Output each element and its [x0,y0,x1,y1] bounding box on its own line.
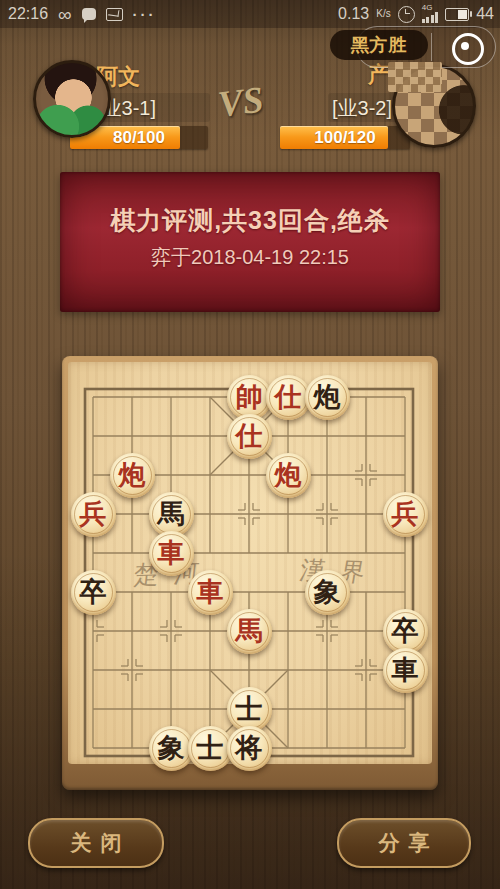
piece-black-cannon: 炮 [305,375,350,420]
record-dot-icon[interactable] [452,33,484,65]
piece-red-advisor: 仕 [227,414,272,459]
capsule-divider [431,33,432,61]
close-button[interactable]: 关闭 [28,818,164,868]
piece-red-general: 帥 [227,375,272,420]
piece-red-chariot: 車 [188,570,233,615]
piece-black-horse: 馬 [149,492,194,537]
message-icon [106,8,123,21]
right-player-progress: 100/120 [280,126,410,149]
left-player-avatar[interactable] [33,60,111,138]
status-bar: 22:16 ∞ ··· 0.13 K/s 4G 44 [0,0,500,28]
piece-black-elephant: 象 [305,570,350,615]
piece-red-horse: 馬 [227,609,272,654]
right-player-score: 100/120 [280,126,410,149]
xiangqi-board: 楚河 漢界 帥仕炮仕炮炮兵馬兵車卒車象馬卒車士象士将 [68,362,432,764]
piece-black-soldier: 卒 [71,570,116,615]
piece-red-cannon: 炮 [266,453,311,498]
piece-black-general: 将 [227,726,272,771]
screen: 22:16 ∞ ··· 0.13 K/s 4G 44 黑方胜 阿文 [业3-1] [0,0,500,889]
summary-date: 弈于2018-04-19 22:15 [60,244,440,271]
game-summary-ribbon: 棋力评测,共33回合,绝杀 弈于2018-04-19 22:15 [60,172,440,312]
battery-percent: 44 [476,5,494,23]
net-speed-unit: K/s [376,9,390,19]
clock-time: 22:16 [8,5,48,23]
chat-bubble-icon [82,8,96,20]
xiangqi-board-frame: 楚河 漢界 帥仕炮仕炮炮兵馬兵車卒車象馬卒車士象士将 [62,356,438,790]
piece-black-advisor: 士 [188,726,233,771]
right-player-rank: [业3-2] [332,95,392,122]
network-type: 4G [422,3,433,12]
signal-bars-icon: 4G [422,5,439,23]
piece-red-chariot: 車 [149,531,194,576]
piece-black-advisor: 士 [227,687,272,732]
piece-red-soldier: 兵 [383,492,428,537]
battery-icon [445,8,469,21]
piece-black-soldier: 卒 [383,609,428,654]
vs-label: VS [216,77,266,125]
piece-red-advisor: 仕 [266,375,311,420]
piece-black-chariot: 車 [383,648,428,693]
net-speed: 0.13 [338,5,369,23]
piece-black-elephant: 象 [149,726,194,771]
piece-red-soldier: 兵 [71,492,116,537]
infinity-icon: ∞ [58,5,72,24]
right-name-mosaic [388,62,442,92]
share-button[interactable]: 分享 [337,818,471,868]
alarm-clock-icon [398,6,415,23]
summary-title: 棋力评测,共33回合,绝杀 [60,204,440,237]
result-banner: 黑方胜 [330,30,428,60]
more-dots-icon: ··· [133,6,157,23]
piece-red-cannon: 炮 [110,453,155,498]
